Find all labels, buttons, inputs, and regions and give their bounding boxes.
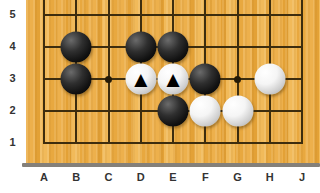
stone-white-D3[interactable]: ▲ xyxy=(125,64,156,95)
stone-black-F3[interactable] xyxy=(190,64,221,95)
column-label: F xyxy=(195,171,215,183)
stone-black-E4[interactable] xyxy=(158,32,189,63)
star-point xyxy=(105,76,112,83)
column-label: J xyxy=(292,171,312,183)
grid-line-horizontal xyxy=(43,14,303,16)
stone-black-B3[interactable] xyxy=(61,64,92,95)
column-label: C xyxy=(99,171,119,183)
column-label: G xyxy=(228,171,248,183)
star-point xyxy=(234,76,241,83)
stone-black-D4[interactable] xyxy=(125,32,156,63)
column-label: E xyxy=(163,171,183,183)
column-label: H xyxy=(260,171,280,183)
column-label: D xyxy=(131,171,151,183)
stone-white-G2[interactable] xyxy=(222,96,253,127)
triangle-mark: ▲ xyxy=(134,70,147,87)
go-board-diagram: ▲▲ 54321 ABCDEFGHJ xyxy=(0,0,320,193)
board-shadow xyxy=(22,163,320,167)
grid-line-horizontal xyxy=(43,142,303,144)
row-label: 3 xyxy=(0,72,25,84)
stone-white-E3[interactable]: ▲ xyxy=(158,64,189,95)
stone-white-F2[interactable] xyxy=(190,96,221,127)
column-label: B xyxy=(66,171,86,183)
grid-line-vertical xyxy=(301,0,303,144)
grid-line-vertical xyxy=(108,0,110,144)
row-label: 4 xyxy=(0,40,25,52)
stone-white-H3[interactable] xyxy=(254,64,285,95)
stone-black-B4[interactable] xyxy=(61,32,92,63)
row-label: 1 xyxy=(0,136,25,148)
stone-black-E2[interactable] xyxy=(158,96,189,127)
triangle-mark: ▲ xyxy=(166,70,179,87)
row-label: 5 xyxy=(0,8,25,20)
go-board[interactable]: ▲▲ xyxy=(26,0,320,163)
column-label: A xyxy=(34,171,54,183)
grid-line-vertical xyxy=(43,0,45,144)
row-label: 2 xyxy=(0,104,25,116)
